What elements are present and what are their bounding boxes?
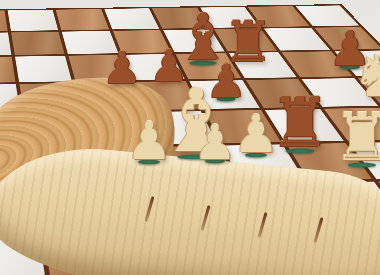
board-square-a7[interactable]: [0, 32, 11, 56]
piece-white-pawn-e3[interactable]: ♟: [233, 108, 280, 160]
board-square-b7[interactable]: [11, 32, 65, 55]
board-square-b8[interactable]: [7, 10, 58, 31]
board-square-d8[interactable]: [104, 8, 159, 29]
piece-white-rook-g3[interactable]: ♜: [332, 105, 380, 171]
board-square-c8[interactable]: [56, 9, 109, 30]
chess-photo-scene: ♟♟♝♜♟♟♜♞♟♝♟♟♜: [0, 0, 380, 275]
piece-white-knight-g4[interactable]: ♞: [352, 47, 380, 105]
board-square-a8[interactable]: [0, 10, 7, 31]
board-square-a6[interactable]: [0, 57, 15, 83]
board-square-b6[interactable]: [15, 56, 72, 82]
piece-black-pawn-b5[interactable]: ♟: [102, 46, 141, 90]
piece-white-pawn-d3[interactable]: ♟: [193, 118, 236, 166]
